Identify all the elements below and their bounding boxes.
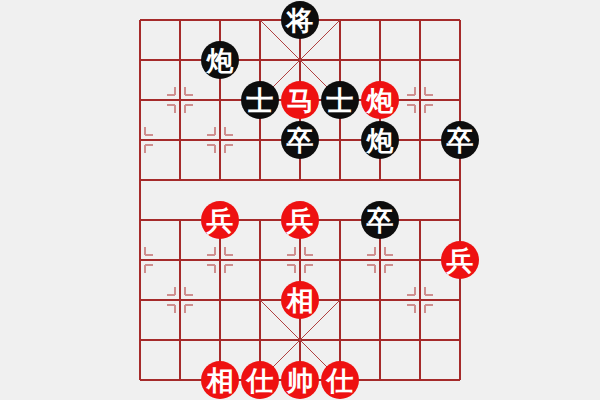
board-point-occupied: 士 [240, 80, 280, 120]
board-point-occupied: 相 [280, 280, 320, 320]
piece-red-horse[interactable]: 马 [281, 81, 319, 119]
board-point [200, 80, 240, 120]
board-point [400, 160, 440, 200]
board-point [360, 240, 400, 280]
piece-black-advisor[interactable]: 士 [321, 81, 359, 119]
board-point-occupied: 士 [320, 80, 360, 120]
board-point [320, 160, 360, 200]
board-point [440, 280, 480, 320]
board-point-occupied: 马 [280, 80, 320, 120]
board-point [200, 280, 240, 320]
board-point [360, 40, 400, 80]
board-point [440, 0, 480, 40]
piece-red-advisor[interactable]: 仕 [321, 361, 359, 399]
board-point [360, 360, 400, 400]
board-point [120, 0, 160, 40]
xiangqi-board-screenshot: 将炮士马士炮卒炮卒兵兵卒兵相相仕帅仕 [0, 0, 600, 400]
board-point [160, 120, 200, 160]
board-point-occupied: 兵 [200, 200, 240, 240]
board-point [320, 240, 360, 280]
board-point [400, 0, 440, 40]
piece-red-advisor[interactable]: 仕 [241, 361, 279, 399]
board-point [280, 240, 320, 280]
board-point [200, 240, 240, 280]
board-point-occupied: 仕 [320, 360, 360, 400]
board-point [400, 240, 440, 280]
board-point [160, 360, 200, 400]
board-point [120, 360, 160, 400]
board-point [320, 120, 360, 160]
board-point [280, 320, 320, 360]
board-point-occupied: 兵 [280, 200, 320, 240]
board-point-occupied: 卒 [280, 120, 320, 160]
board-point [320, 40, 360, 80]
board-point [440, 160, 480, 200]
board-point [400, 120, 440, 160]
board-point [240, 320, 280, 360]
board-point [400, 320, 440, 360]
board-point [160, 160, 200, 200]
board-point [120, 80, 160, 120]
board-point [320, 320, 360, 360]
board-point [240, 280, 280, 320]
board-point [120, 40, 160, 80]
board-point-occupied: 炮 [200, 40, 240, 80]
board-point-occupied: 炮 [360, 80, 400, 120]
board-point [160, 80, 200, 120]
piece-black-pawn[interactable]: 卒 [441, 121, 479, 159]
board-point [120, 200, 160, 240]
piece-black-pawn[interactable]: 卒 [361, 201, 399, 239]
board-point [120, 280, 160, 320]
board-point-occupied: 卒 [360, 200, 400, 240]
board-point [160, 40, 200, 80]
board-point [200, 320, 240, 360]
board-point [160, 280, 200, 320]
xiangqi-board: 将炮士马士炮卒炮卒兵兵卒兵相相仕帅仕 [120, 0, 480, 400]
board-point [360, 320, 400, 360]
piece-red-elephant[interactable]: 相 [201, 361, 239, 399]
piece-red-pawn[interactable]: 兵 [281, 201, 319, 239]
board-point [240, 160, 280, 200]
board-point [320, 0, 360, 40]
board-point [200, 160, 240, 200]
board-point [120, 120, 160, 160]
board-point [120, 240, 160, 280]
board-point [360, 280, 400, 320]
board-point [120, 320, 160, 360]
board-point-occupied: 相 [200, 360, 240, 400]
board-point [360, 0, 400, 40]
board-point [240, 200, 280, 240]
board-point [320, 280, 360, 320]
board-point [400, 360, 440, 400]
piece-red-pawn[interactable]: 兵 [201, 201, 239, 239]
piece-red-elephant[interactable]: 相 [281, 281, 319, 319]
piece-red-pawn[interactable]: 兵 [441, 241, 479, 279]
board-point [240, 40, 280, 80]
board-point [160, 200, 200, 240]
board-point [120, 160, 160, 200]
board-point-occupied: 兵 [440, 240, 480, 280]
board-point [360, 160, 400, 200]
piece-black-cannon[interactable]: 炮 [361, 121, 399, 159]
board-point [440, 80, 480, 120]
board-point [160, 0, 200, 40]
piece-black-cannon[interactable]: 炮 [201, 41, 239, 79]
board-point [440, 200, 480, 240]
board-point-occupied: 卒 [440, 120, 480, 160]
piece-red-general[interactable]: 帅 [281, 361, 319, 399]
board-point-occupied: 将 [280, 0, 320, 40]
piece-red-cannon[interactable]: 炮 [361, 81, 399, 119]
board-point [400, 80, 440, 120]
board-point [280, 160, 320, 200]
board-point [200, 0, 240, 40]
board-point-occupied: 炮 [360, 120, 400, 160]
board-point [400, 200, 440, 240]
board-point-occupied: 帅 [280, 360, 320, 400]
board-point [240, 0, 280, 40]
board-point [240, 120, 280, 160]
piece-black-general[interactable]: 将 [281, 1, 319, 39]
board-point-occupied: 仕 [240, 360, 280, 400]
board-point [320, 200, 360, 240]
piece-black-advisor[interactable]: 士 [241, 81, 279, 119]
board-point [440, 40, 480, 80]
board-point [440, 360, 480, 400]
board-point [400, 40, 440, 80]
board-point [160, 240, 200, 280]
board-point [280, 40, 320, 80]
board-point [240, 240, 280, 280]
board-point [440, 320, 480, 360]
board-point [160, 320, 200, 360]
board-point [200, 120, 240, 160]
piece-black-pawn[interactable]: 卒 [281, 121, 319, 159]
board-point [400, 280, 440, 320]
